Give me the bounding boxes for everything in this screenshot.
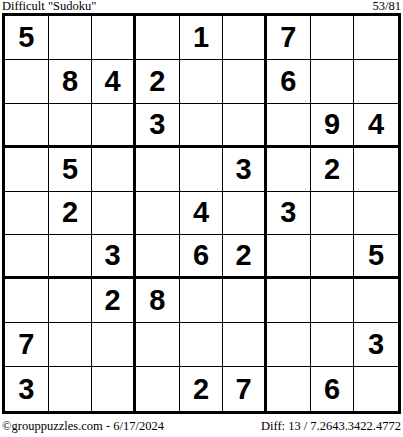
sudoku-cell-empty-r8c4[interactable] <box>136 323 180 367</box>
sudoku-cell-empty-r2c8[interactable] <box>311 60 355 104</box>
sudoku-cell-empty-r7c6[interactable] <box>223 279 267 323</box>
sudoku-cell-given-r4c6: 3 <box>223 148 267 192</box>
sudoku-cell-empty-r4c3[interactable] <box>92 148 136 192</box>
sudoku-cell-given-r2c2: 8 <box>49 60 93 104</box>
sudoku-cell-empty-r7c1[interactable] <box>5 279 49 323</box>
sudoku-cell-given-r3c4: 3 <box>136 104 180 148</box>
footer: ©grouppuzzles.com - 6/17/2024 Diff: 13 /… <box>2 419 401 434</box>
sudoku-cell-given-r5c2: 2 <box>49 192 93 236</box>
sudoku-cell-empty-r5c9[interactable] <box>354 192 398 236</box>
sudoku-cell-empty-r8c7[interactable] <box>267 323 311 367</box>
sudoku-cell-given-r6c9: 5 <box>354 235 398 279</box>
sudoku-page: Difficult "Sudoku" 53/81 517842639453224… <box>0 0 403 437</box>
difficulty-text: Diff: 13 / 7.2643.3422.4772 <box>261 419 401 433</box>
sudoku-cell-empty-r3c5[interactable] <box>180 104 224 148</box>
sudoku-cell-empty-r5c3[interactable] <box>92 192 136 236</box>
sudoku-cell-empty-r7c7[interactable] <box>267 279 311 323</box>
sudoku-cell-given-r8c9: 3 <box>354 323 398 367</box>
sudoku-cell-empty-r8c6[interactable] <box>223 323 267 367</box>
sudoku-board: 5178426394532243362528733276 <box>2 13 401 414</box>
sudoku-cell-empty-r9c4[interactable] <box>136 367 180 411</box>
sudoku-cell-empty-r4c1[interactable] <box>5 148 49 192</box>
sudoku-cell-empty-r7c8[interactable] <box>311 279 355 323</box>
sudoku-cell-empty-r7c9[interactable] <box>354 279 398 323</box>
sudoku-cell-given-r6c6: 2 <box>223 235 267 279</box>
empty-cell-counter: 53/81 <box>373 0 401 13</box>
sudoku-cell-empty-r8c8[interactable] <box>311 323 355 367</box>
sudoku-cell-given-r3c8: 9 <box>311 104 355 148</box>
sudoku-cell-empty-r2c6[interactable] <box>223 60 267 104</box>
sudoku-cell-empty-r6c1[interactable] <box>5 235 49 279</box>
sudoku-cell-empty-r1c3[interactable] <box>92 16 136 60</box>
sudoku-cell-empty-r1c8[interactable] <box>311 16 355 60</box>
sudoku-cell-given-r1c5: 1 <box>180 16 224 60</box>
sudoku-cell-given-r4c2: 5 <box>49 148 93 192</box>
sudoku-cell-empty-r4c9[interactable] <box>354 148 398 192</box>
sudoku-cell-empty-r7c2[interactable] <box>49 279 93 323</box>
sudoku-cell-given-r2c7: 6 <box>267 60 311 104</box>
sudoku-cell-given-r1c7: 7 <box>267 16 311 60</box>
sudoku-cell-empty-r2c5[interactable] <box>180 60 224 104</box>
sudoku-cell-empty-r6c7[interactable] <box>267 235 311 279</box>
puzzle-title: Difficult "Sudoku" <box>2 0 96 13</box>
sudoku-cell-empty-r9c7[interactable] <box>267 367 311 411</box>
sudoku-cell-empty-r2c1[interactable] <box>5 60 49 104</box>
sudoku-cell-given-r8c1: 7 <box>5 323 49 367</box>
sudoku-cell-given-r6c5: 6 <box>180 235 224 279</box>
sudoku-cell-given-r1c1: 5 <box>5 16 49 60</box>
sudoku-cell-given-r9c1: 3 <box>5 367 49 411</box>
copyright-text: ©grouppuzzles.com - 6/17/2024 <box>2 419 164 433</box>
sudoku-cell-given-r3c9: 4 <box>354 104 398 148</box>
sudoku-cell-given-r5c5: 4 <box>180 192 224 236</box>
sudoku-cell-given-r7c3: 2 <box>92 279 136 323</box>
sudoku-cell-empty-r5c6[interactable] <box>223 192 267 236</box>
sudoku-cell-empty-r3c7[interactable] <box>267 104 311 148</box>
sudoku-cell-empty-r8c2[interactable] <box>49 323 93 367</box>
sudoku-cell-empty-r9c2[interactable] <box>49 367 93 411</box>
sudoku-cell-empty-r5c1[interactable] <box>5 192 49 236</box>
sudoku-cell-given-r2c3: 4 <box>92 60 136 104</box>
sudoku-cell-empty-r6c2[interactable] <box>49 235 93 279</box>
sudoku-cell-empty-r8c5[interactable] <box>180 323 224 367</box>
sudoku-cell-empty-r8c3[interactable] <box>92 323 136 367</box>
sudoku-cell-empty-r9c9[interactable] <box>354 367 398 411</box>
sudoku-cell-empty-r1c2[interactable] <box>49 16 93 60</box>
sudoku-cell-empty-r3c1[interactable] <box>5 104 49 148</box>
sudoku-cell-empty-r6c4[interactable] <box>136 235 180 279</box>
sudoku-cell-empty-r9c3[interactable] <box>92 367 136 411</box>
sudoku-cell-empty-r4c5[interactable] <box>180 148 224 192</box>
sudoku-cell-empty-r7c5[interactable] <box>180 279 224 323</box>
sudoku-cell-empty-r1c4[interactable] <box>136 16 180 60</box>
sudoku-cell-empty-r2c9[interactable] <box>354 60 398 104</box>
sudoku-cell-empty-r1c6[interactable] <box>223 16 267 60</box>
sudoku-cell-given-r9c8: 6 <box>311 367 355 411</box>
sudoku-cell-given-r2c4: 2 <box>136 60 180 104</box>
sudoku-cell-given-r7c4: 8 <box>136 279 180 323</box>
sudoku-cell-given-r4c8: 2 <box>311 148 355 192</box>
sudoku-cell-given-r9c5: 2 <box>180 367 224 411</box>
sudoku-cell-empty-r3c6[interactable] <box>223 104 267 148</box>
sudoku-cell-empty-r4c4[interactable] <box>136 148 180 192</box>
sudoku-cell-empty-r1c9[interactable] <box>354 16 398 60</box>
sudoku-cell-empty-r4c7[interactable] <box>267 148 311 192</box>
header: Difficult "Sudoku" 53/81 <box>2 0 401 13</box>
sudoku-cell-empty-r5c8[interactable] <box>311 192 355 236</box>
sudoku-cell-empty-r3c3[interactable] <box>92 104 136 148</box>
sudoku-cell-empty-r5c4[interactable] <box>136 192 180 236</box>
sudoku-cell-given-r5c7: 3 <box>267 192 311 236</box>
sudoku-cell-given-r6c3: 3 <box>92 235 136 279</box>
sudoku-cell-empty-r3c2[interactable] <box>49 104 93 148</box>
sudoku-cell-given-r9c6: 7 <box>223 367 267 411</box>
sudoku-cell-empty-r6c8[interactable] <box>311 235 355 279</box>
